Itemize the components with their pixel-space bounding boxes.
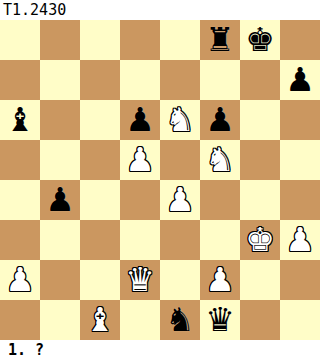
square-g1[interactable] bbox=[240, 300, 280, 340]
square-b3[interactable] bbox=[40, 220, 80, 260]
square-d6[interactable]: ♟ bbox=[120, 100, 160, 140]
square-a1[interactable] bbox=[0, 300, 40, 340]
square-c1[interactable]: ♝ bbox=[80, 300, 120, 340]
square-h2[interactable] bbox=[280, 260, 320, 300]
square-e1[interactable]: ♞ bbox=[160, 300, 200, 340]
square-f7[interactable] bbox=[200, 60, 240, 100]
black-pawn: ♟ bbox=[125, 100, 155, 140]
square-c2[interactable] bbox=[80, 260, 120, 300]
square-b1[interactable] bbox=[40, 300, 80, 340]
square-d1[interactable] bbox=[120, 300, 160, 340]
square-e5[interactable] bbox=[160, 140, 200, 180]
square-g2[interactable] bbox=[240, 260, 280, 300]
chess-puzzle-window: T1.2430 ♜♚♟♝♟♞♟♟♞♟♟♚♟♟♛♟♝♞♛ 1. ? bbox=[0, 0, 320, 360]
white-bishop: ♝ bbox=[85, 300, 115, 340]
square-b6[interactable] bbox=[40, 100, 80, 140]
square-f3[interactable] bbox=[200, 220, 240, 260]
square-g4[interactable] bbox=[240, 180, 280, 220]
white-pawn: ♟ bbox=[165, 180, 195, 220]
square-d2[interactable]: ♛ bbox=[120, 260, 160, 300]
black-king: ♚ bbox=[245, 20, 275, 60]
square-a2[interactable]: ♟ bbox=[0, 260, 40, 300]
square-b8[interactable] bbox=[40, 20, 80, 60]
square-g8[interactable]: ♚ bbox=[240, 20, 280, 60]
move-prompt: 1. ? bbox=[0, 340, 320, 360]
square-c5[interactable] bbox=[80, 140, 120, 180]
square-b5[interactable] bbox=[40, 140, 80, 180]
square-h4[interactable] bbox=[280, 180, 320, 220]
square-e6[interactable]: ♞ bbox=[160, 100, 200, 140]
square-d8[interactable] bbox=[120, 20, 160, 60]
square-h5[interactable] bbox=[280, 140, 320, 180]
square-c8[interactable] bbox=[80, 20, 120, 60]
square-f1[interactable]: ♛ bbox=[200, 300, 240, 340]
square-d7[interactable] bbox=[120, 60, 160, 100]
white-knight: ♞ bbox=[205, 140, 235, 180]
square-h6[interactable] bbox=[280, 100, 320, 140]
square-e2[interactable] bbox=[160, 260, 200, 300]
square-c3[interactable] bbox=[80, 220, 120, 260]
square-e7[interactable] bbox=[160, 60, 200, 100]
square-a6[interactable]: ♝ bbox=[0, 100, 40, 140]
square-e3[interactable] bbox=[160, 220, 200, 260]
square-b2[interactable] bbox=[40, 260, 80, 300]
square-a4[interactable] bbox=[0, 180, 40, 220]
white-pawn: ♟ bbox=[285, 220, 315, 260]
square-g7[interactable] bbox=[240, 60, 280, 100]
square-g6[interactable] bbox=[240, 100, 280, 140]
white-knight: ♞ bbox=[165, 100, 195, 140]
black-pawn: ♟ bbox=[285, 60, 315, 100]
puzzle-id-title: T1.2430 bbox=[0, 0, 320, 20]
square-b7[interactable] bbox=[40, 60, 80, 100]
black-knight: ♞ bbox=[165, 300, 195, 340]
white-pawn: ♟ bbox=[5, 260, 35, 300]
square-a3[interactable] bbox=[0, 220, 40, 260]
square-c4[interactable] bbox=[80, 180, 120, 220]
chess-board: ♜♚♟♝♟♞♟♟♞♟♟♚♟♟♛♟♝♞♛ bbox=[0, 20, 320, 340]
square-e4[interactable]: ♟ bbox=[160, 180, 200, 220]
black-pawn: ♟ bbox=[205, 100, 235, 140]
square-c6[interactable] bbox=[80, 100, 120, 140]
square-f6[interactable]: ♟ bbox=[200, 100, 240, 140]
square-a7[interactable] bbox=[0, 60, 40, 100]
square-b4[interactable]: ♟ bbox=[40, 180, 80, 220]
white-pawn: ♟ bbox=[125, 140, 155, 180]
square-d5[interactable]: ♟ bbox=[120, 140, 160, 180]
black-rook: ♜ bbox=[205, 20, 235, 60]
white-king: ♚ bbox=[245, 220, 275, 260]
square-h8[interactable] bbox=[280, 20, 320, 60]
square-f5[interactable]: ♞ bbox=[200, 140, 240, 180]
square-d4[interactable] bbox=[120, 180, 160, 220]
white-queen: ♛ bbox=[125, 260, 155, 300]
square-g3[interactable]: ♚ bbox=[240, 220, 280, 260]
square-f4[interactable] bbox=[200, 180, 240, 220]
square-h1[interactable] bbox=[280, 300, 320, 340]
square-a5[interactable] bbox=[0, 140, 40, 180]
square-g5[interactable] bbox=[240, 140, 280, 180]
white-pawn: ♟ bbox=[205, 260, 235, 300]
square-e8[interactable] bbox=[160, 20, 200, 60]
square-h3[interactable]: ♟ bbox=[280, 220, 320, 260]
square-a8[interactable] bbox=[0, 20, 40, 60]
square-h7[interactable]: ♟ bbox=[280, 60, 320, 100]
square-f2[interactable]: ♟ bbox=[200, 260, 240, 300]
black-pawn: ♟ bbox=[45, 180, 75, 220]
black-bishop: ♝ bbox=[5, 100, 35, 140]
square-d3[interactable] bbox=[120, 220, 160, 260]
square-c7[interactable] bbox=[80, 60, 120, 100]
black-queen: ♛ bbox=[205, 300, 235, 340]
square-f8[interactable]: ♜ bbox=[200, 20, 240, 60]
